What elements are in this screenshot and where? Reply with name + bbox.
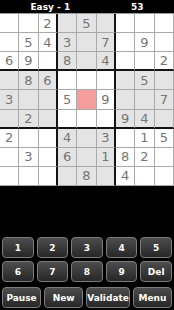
cell-r2c4[interactable]: 3 [58, 33, 77, 52]
cell-r4c3[interactable]: 6 [39, 71, 58, 90]
new-button[interactable]: New [44, 287, 83, 308]
timer-value: 53 [131, 2, 144, 12]
cell-r1c6[interactable] [97, 14, 116, 33]
number-keypad: 123456789Del [0, 237, 174, 282]
cell-r5c4[interactable]: 5 [58, 90, 77, 109]
cell-r9c4[interactable] [58, 167, 77, 186]
cell-r7c4[interactable]: 4 [58, 129, 77, 148]
action-bar: PauseNewValidateMenu [0, 285, 174, 310]
cell-r6c8[interactable]: 4 [135, 110, 154, 129]
cell-r2c3[interactable]: 4 [39, 33, 58, 52]
cell-r1c3[interactable]: 2 [39, 14, 58, 33]
cell-r4c8[interactable]: 5 [135, 71, 154, 90]
cell-r2c7[interactable] [116, 33, 135, 52]
digit-1-button[interactable]: 1 [2, 237, 34, 258]
cell-r8c8[interactable]: 2 [135, 148, 154, 167]
cell-r4c6[interactable] [97, 71, 116, 90]
cell-r6c5[interactable] [77, 110, 96, 129]
cell-r4c2[interactable]: 8 [19, 71, 38, 90]
cell-r9c2[interactable] [19, 167, 38, 186]
cell-r1c9[interactable] [155, 14, 174, 33]
digit-3-button[interactable]: 3 [71, 237, 103, 258]
digit-2-button[interactable]: 2 [37, 237, 69, 258]
cell-r1c7[interactable] [116, 14, 135, 33]
pause-button[interactable]: Pause [2, 287, 41, 308]
cell-r6c4[interactable] [58, 110, 77, 129]
cell-r2c6[interactable]: 7 [97, 33, 116, 52]
cell-r3c6[interactable]: 4 [97, 52, 116, 71]
cell-r3c7[interactable] [116, 52, 135, 71]
cell-r6c1[interactable] [0, 110, 19, 129]
cell-r7c9[interactable]: 5 [155, 129, 174, 148]
cell-r2c5[interactable] [77, 33, 96, 52]
delete-button[interactable]: Del [140, 261, 172, 282]
cell-r3c1[interactable]: 6 [0, 52, 19, 71]
cell-r9c8[interactable] [135, 167, 154, 186]
cell-r7c8[interactable]: 1 [135, 129, 154, 148]
validate-button[interactable]: Validate [86, 287, 130, 308]
cell-r8c2[interactable]: 3 [19, 148, 38, 167]
cell-r7c5[interactable] [77, 129, 96, 148]
cell-r7c1[interactable]: 2 [0, 129, 19, 148]
menu-button[interactable]: Menu [133, 287, 172, 308]
cell-r9c6[interactable] [97, 167, 116, 186]
cell-r9c3[interactable] [39, 167, 58, 186]
cell-r6c3[interactable] [39, 110, 58, 129]
cell-r9c7[interactable]: 4 [116, 167, 135, 186]
cell-r1c1[interactable] [0, 14, 19, 33]
cell-r3c9[interactable]: 2 [155, 52, 174, 71]
cell-r9c1[interactable] [0, 167, 19, 186]
digit-8-button[interactable]: 8 [71, 261, 103, 282]
cell-r6c2[interactable]: 2 [19, 110, 38, 129]
sudoku-board: 2554379698428653597294243153618284 [0, 13, 174, 186]
cell-r7c3[interactable] [39, 129, 58, 148]
digit-4-button[interactable]: 4 [106, 237, 138, 258]
cell-r3c3[interactable] [39, 52, 58, 71]
cell-r1c5[interactable]: 5 [77, 14, 96, 33]
cell-r8c1[interactable] [0, 148, 19, 167]
cell-r4c7[interactable] [116, 71, 135, 90]
cell-r9c9[interactable] [155, 167, 174, 186]
cell-r1c2[interactable] [19, 14, 38, 33]
digit-9-button[interactable]: 9 [106, 261, 138, 282]
digit-5-button[interactable]: 5 [140, 237, 172, 258]
cell-r6c7[interactable]: 9 [116, 110, 135, 129]
cell-r5c8[interactable] [135, 90, 154, 109]
board-keypad-gap [0, 186, 174, 237]
cell-r4c5[interactable] [77, 71, 96, 90]
sudoku-app: Easy - 1 53 2554379698428653597294243153… [0, 0, 174, 310]
cell-r3c4[interactable]: 8 [58, 52, 77, 71]
cell-r2c2[interactable]: 5 [19, 33, 38, 52]
cell-r8c4[interactable]: 6 [58, 148, 77, 167]
digit-7-button[interactable]: 7 [37, 261, 69, 282]
cell-r2c1[interactable] [0, 33, 19, 52]
cell-r8c3[interactable] [39, 148, 58, 167]
cell-r9c5[interactable]: 8 [77, 167, 96, 186]
title-bar: Easy - 1 53 [0, 0, 174, 13]
cell-r5c7[interactable] [116, 90, 135, 109]
cell-r3c8[interactable] [135, 52, 154, 71]
digit-6-button[interactable]: 6 [2, 261, 34, 282]
cell-r5c9[interactable]: 7 [155, 90, 174, 109]
cell-r2c8[interactable]: 9 [135, 33, 154, 52]
cell-r7c2[interactable] [19, 129, 38, 148]
cell-r4c1[interactable] [0, 71, 19, 90]
cell-r8c7[interactable]: 8 [116, 148, 135, 167]
cell-r4c9[interactable] [155, 71, 174, 90]
cell-r7c6[interactable]: 3 [97, 129, 116, 148]
cell-r8c5[interactable] [77, 148, 96, 167]
cell-r6c6[interactable] [97, 110, 116, 129]
cell-r3c2[interactable]: 9 [19, 52, 38, 71]
cell-r8c9[interactable] [155, 148, 174, 167]
cell-r5c3[interactable] [39, 90, 58, 109]
cell-r5c1[interactable]: 3 [0, 90, 19, 109]
cell-r6c9[interactable] [155, 110, 174, 129]
cell-r8c6[interactable]: 1 [97, 148, 116, 167]
cell-r5c6[interactable]: 9 [97, 90, 116, 109]
cell-r1c4[interactable] [58, 14, 77, 33]
cell-r4c4[interactable] [58, 71, 77, 90]
cell-r2c9[interactable] [155, 33, 174, 52]
cell-r5c5[interactable] [77, 90, 96, 109]
difficulty-label: Easy - 1 [30, 2, 70, 12]
cell-r3c5[interactable] [77, 52, 96, 71]
cell-r7c7[interactable] [116, 129, 135, 148]
cell-r5c2[interactable] [19, 90, 38, 109]
cell-r1c8[interactable] [135, 14, 154, 33]
